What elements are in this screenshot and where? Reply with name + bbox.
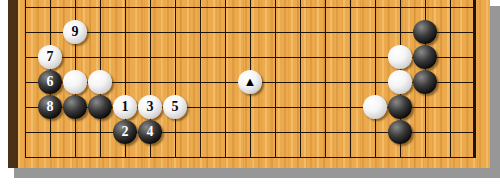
go-stone-black: 6 (38, 70, 62, 94)
board-left-edge (8, 0, 18, 168)
go-stone-black (413, 45, 437, 69)
go-stone-black (413, 20, 437, 44)
go-diagram: 976813524▲ (0, 0, 500, 185)
grid-line-vertical (175, 0, 176, 158)
grid-line-vertical (225, 0, 226, 158)
grid-line-horizontal (25, 32, 476, 33)
grid-line-vertical (200, 0, 201, 158)
go-stone-white: 5 (163, 95, 187, 119)
grid-line-vertical (473, 0, 476, 158)
grid-line-horizontal (25, 7, 476, 8)
grid-line-vertical (375, 0, 376, 158)
go-stone-white (388, 70, 412, 94)
go-stone-black (88, 95, 112, 119)
go-stone-black (388, 120, 412, 144)
go-stone-black (413, 70, 437, 94)
go-stone-white-triangle-marked: ▲ (238, 70, 262, 94)
grid-line-vertical (350, 0, 351, 158)
go-stone-black (63, 95, 87, 119)
go-stone-white (388, 45, 412, 69)
go-stone-black: 8 (38, 95, 62, 119)
grid-line-vertical (325, 0, 326, 158)
go-stone-white (88, 70, 112, 94)
grid-line-vertical (275, 0, 276, 158)
board-drop-shadow-right (490, 6, 500, 178)
go-stone-white: 9 (63, 20, 87, 44)
triangle-marker-icon: ▲ (244, 74, 257, 89)
go-stone-white: 3 (138, 95, 162, 119)
go-board: 976813524▲ (18, 0, 490, 168)
grid-line-vertical (25, 0, 26, 158)
grid-line-vertical (300, 0, 301, 158)
grid-line-horizontal (25, 157, 476, 158)
go-stone-white: 1 (113, 95, 137, 119)
grid-line-vertical (450, 0, 451, 158)
go-stone-black (388, 95, 412, 119)
go-stone-white (363, 95, 387, 119)
go-stone-white (63, 70, 87, 94)
go-stone-white: 7 (38, 45, 62, 69)
go-stone-black: 4 (138, 120, 162, 144)
board-drop-shadow-bottom (14, 168, 500, 178)
go-stone-black: 2 (113, 120, 137, 144)
